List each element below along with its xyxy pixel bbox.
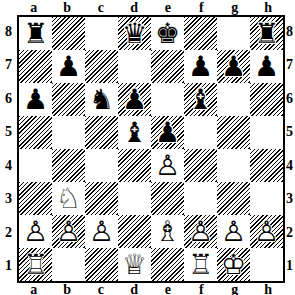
square-a3[interactable]: [19, 182, 52, 215]
square-g3[interactable]: [217, 182, 250, 215]
square-h1[interactable]: [250, 248, 283, 281]
square-e8[interactable]: ♚: [151, 17, 184, 50]
square-a4[interactable]: [19, 149, 52, 182]
piece-white-bishop-e2[interactable]: ♝♗: [151, 215, 184, 248]
black-rook-icon: ♜: [250, 17, 283, 50]
white-knight-icon: ♘: [52, 182, 85, 215]
square-f6[interactable]: ♝: [184, 83, 217, 116]
piece-white-king-g1[interactable]: ♚♔: [217, 248, 250, 281]
square-g8[interactable]: [217, 17, 250, 50]
black-bishop-icon: ♝: [184, 83, 217, 116]
piece-black-pawn-b7[interactable]: ♟: [52, 50, 85, 83]
square-c1[interactable]: [85, 248, 118, 281]
file-label-h: h: [252, 0, 286, 16]
file-label-g: g: [218, 0, 252, 16]
square-e4[interactable]: ♟♙: [151, 149, 184, 182]
square-d5[interactable]: ♝: [118, 116, 151, 149]
white-pawn-icon: ♙: [52, 215, 85, 248]
square-d4[interactable]: [118, 149, 151, 182]
rank-label-8: 8: [284, 15, 295, 49]
piece-black-rook-h8[interactable]: ♜: [250, 17, 283, 50]
file-label-f: f: [185, 282, 219, 295]
square-a1[interactable]: ♜♖: [19, 248, 52, 281]
file-label-c: c: [84, 282, 118, 295]
piece-white-knight-b3[interactable]: ♞♘: [52, 182, 85, 215]
rank-labels-right: 87654321: [284, 15, 295, 283]
file-label-a: a: [17, 0, 51, 16]
square-e7[interactable]: [151, 50, 184, 83]
black-pawn-icon: ♟: [19, 83, 52, 116]
piece-black-pawn-f7[interactable]: ♟: [184, 50, 217, 83]
piece-white-queen-d1[interactable]: ♛♕: [118, 248, 151, 281]
square-f7[interactable]: ♟: [184, 50, 217, 83]
square-c2[interactable]: ♟♙: [85, 215, 118, 248]
piece-white-pawn-h2[interactable]: ♟♙: [250, 215, 283, 248]
square-b4[interactable]: [52, 149, 85, 182]
file-label-b: b: [51, 282, 85, 295]
white-pawn-icon: ♙: [151, 149, 184, 182]
square-h7[interactable]: ♟: [250, 50, 283, 83]
square-f2[interactable]: ♟♙: [184, 215, 217, 248]
black-pawn-icon: ♟: [184, 50, 217, 83]
file-label-d: d: [118, 282, 152, 295]
square-d3[interactable]: [118, 182, 151, 215]
rank-label-2: 2: [0, 216, 17, 250]
white-king-icon: ♔: [217, 248, 250, 281]
black-knight-icon: ♞: [85, 83, 118, 116]
square-g2[interactable]: ♟♙: [217, 215, 250, 248]
file-labels-top: abcdefgh: [17, 0, 285, 15]
square-f4[interactable]: [184, 149, 217, 182]
chess-diagram: abcdefgh 87654321 87654321 abcdefgh ♜♛♚♜…: [0, 0, 295, 295]
black-rook-icon: ♜: [19, 17, 52, 50]
square-h8[interactable]: ♜: [250, 17, 283, 50]
square-e5[interactable]: ♟: [151, 116, 184, 149]
square-a5[interactable]: [19, 116, 52, 149]
square-d8[interactable]: ♛: [118, 17, 151, 50]
rank-label-3: 3: [284, 183, 295, 217]
file-label-d: d: [118, 0, 152, 16]
black-queen-icon: ♛: [118, 17, 151, 50]
white-pawn-icon: ♙: [85, 215, 118, 248]
rank-label-2: 2: [284, 216, 295, 250]
piece-black-pawn-e5[interactable]: ♟: [151, 116, 184, 149]
rank-label-5: 5: [284, 116, 295, 150]
piece-black-bishop-f6[interactable]: ♝: [184, 83, 217, 116]
black-king-icon: ♚: [151, 17, 184, 50]
black-pawn-icon: ♟: [118, 83, 151, 116]
square-a6[interactable]: ♟: [19, 83, 52, 116]
file-label-f: f: [185, 0, 219, 16]
rank-label-3: 3: [0, 183, 17, 217]
rank-label-7: 7: [284, 49, 295, 83]
square-e1[interactable]: [151, 248, 184, 281]
piece-black-pawn-g7[interactable]: ♟: [217, 50, 250, 83]
piece-black-bishop-d5[interactable]: ♝: [118, 116, 151, 149]
square-g1[interactable]: ♚♔: [217, 248, 250, 281]
square-e6[interactable]: [151, 83, 184, 116]
piece-black-pawn-h7[interactable]: ♟: [250, 50, 283, 83]
square-g4[interactable]: [217, 149, 250, 182]
square-f5[interactable]: [184, 116, 217, 149]
square-d2[interactable]: [118, 215, 151, 248]
chess-board: ♜♛♚♜♟♟♟♟♟♞♟♝♝♟♟♙♞♘♟♙♟♙♟♙♝♗♟♙♟♙♟♙♜♖♛♕♜♖♚♔: [17, 15, 285, 283]
file-label-a: a: [17, 282, 51, 295]
square-c5[interactable]: [85, 116, 118, 149]
piece-white-pawn-g2[interactable]: ♟♙: [217, 215, 250, 248]
square-a2[interactable]: ♟♙: [19, 215, 52, 248]
square-g6[interactable]: [217, 83, 250, 116]
piece-black-rook-a8[interactable]: ♜: [19, 17, 52, 50]
file-label-e: e: [151, 0, 185, 16]
piece-white-pawn-b2[interactable]: ♟♙: [52, 215, 85, 248]
square-d6[interactable]: ♟: [118, 83, 151, 116]
square-b7[interactable]: ♟: [52, 50, 85, 83]
rank-label-6: 6: [284, 82, 295, 116]
white-pawn-icon: ♙: [217, 215, 250, 248]
square-b5[interactable]: [52, 116, 85, 149]
piece-white-rook-f1[interactable]: ♜♖: [184, 248, 217, 281]
rank-label-4: 4: [0, 149, 17, 183]
piece-white-rook-a1[interactable]: ♜♖: [19, 248, 52, 281]
file-labels-bottom: abcdefgh: [17, 282, 285, 295]
square-g7[interactable]: ♟: [217, 50, 250, 83]
black-bishop-icon: ♝: [118, 116, 151, 149]
rank-label-7: 7: [0, 49, 17, 83]
square-c3[interactable]: [85, 182, 118, 215]
square-h3[interactable]: [250, 182, 283, 215]
piece-white-pawn-a2[interactable]: ♟♙: [19, 215, 52, 248]
square-d1[interactable]: ♛♕: [118, 248, 151, 281]
file-label-b: b: [51, 0, 85, 16]
square-a7[interactable]: [19, 50, 52, 83]
file-label-g: g: [218, 282, 252, 295]
square-c4[interactable]: [85, 149, 118, 182]
square-b6[interactable]: [52, 83, 85, 116]
square-c6[interactable]: ♞: [85, 83, 118, 116]
square-h6[interactable]: [250, 83, 283, 116]
file-label-c: c: [84, 0, 118, 16]
square-b3[interactable]: ♞♘: [52, 182, 85, 215]
black-pawn-icon: ♟: [151, 116, 184, 149]
square-e2[interactable]: ♝♗: [151, 215, 184, 248]
file-label-e: e: [151, 282, 185, 295]
rank-label-1: 1: [284, 250, 295, 284]
rank-labels-left: 87654321: [0, 15, 17, 283]
square-c8[interactable]: [85, 17, 118, 50]
white-rook-icon: ♖: [184, 248, 217, 281]
piece-black-pawn-a6[interactable]: ♟: [19, 83, 52, 116]
square-b2[interactable]: ♟♙: [52, 215, 85, 248]
square-h5[interactable]: [250, 116, 283, 149]
square-f8[interactable]: [184, 17, 217, 50]
white-pawn-icon: ♙: [250, 215, 283, 248]
square-b1[interactable]: [52, 248, 85, 281]
black-pawn-icon: ♟: [250, 50, 283, 83]
rank-label-6: 6: [0, 82, 17, 116]
square-h2[interactable]: ♟♙: [250, 215, 283, 248]
piece-white-pawn-e4[interactable]: ♟♙: [151, 149, 184, 182]
square-e3[interactable]: [151, 182, 184, 215]
black-pawn-icon: ♟: [52, 50, 85, 83]
square-d7[interactable]: [118, 50, 151, 83]
piece-black-knight-c6[interactable]: ♞: [85, 83, 118, 116]
rank-label-4: 4: [284, 149, 295, 183]
file-label-h: h: [252, 282, 286, 295]
white-rook-icon: ♖: [19, 248, 52, 281]
piece-black-queen-d8[interactable]: ♛: [118, 17, 151, 50]
square-g5[interactable]: [217, 116, 250, 149]
rank-label-5: 5: [0, 116, 17, 150]
piece-white-pawn-c2[interactable]: ♟♙: [85, 215, 118, 248]
rank-label-1: 1: [0, 250, 17, 284]
square-c7[interactable]: [85, 50, 118, 83]
white-bishop-icon: ♗: [151, 215, 184, 248]
white-pawn-icon: ♙: [19, 215, 52, 248]
white-pawn-icon: ♙: [184, 215, 217, 248]
piece-black-pawn-d6[interactable]: ♟: [118, 83, 151, 116]
black-pawn-icon: ♟: [217, 50, 250, 83]
piece-black-king-e8[interactable]: ♚: [151, 17, 184, 50]
rank-label-8: 8: [0, 15, 17, 49]
white-queen-icon: ♕: [118, 248, 151, 281]
square-b8[interactable]: [52, 17, 85, 50]
square-f1[interactable]: ♜♖: [184, 248, 217, 281]
square-f3[interactable]: [184, 182, 217, 215]
square-a8[interactable]: ♜: [19, 17, 52, 50]
square-h4[interactable]: [250, 149, 283, 182]
piece-white-pawn-f2[interactable]: ♟♙: [184, 215, 217, 248]
